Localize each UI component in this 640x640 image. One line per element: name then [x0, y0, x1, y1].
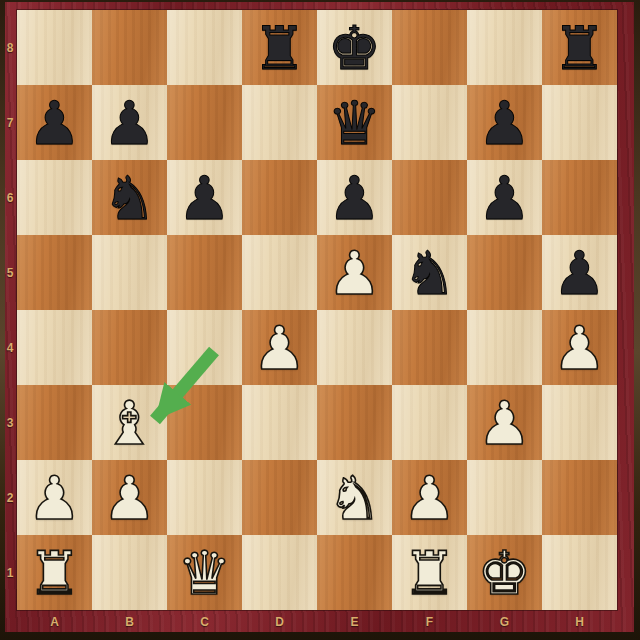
rank-label-6: 6 [2, 160, 18, 235]
square-c5[interactable] [167, 235, 242, 310]
square-c3[interactable] [167, 385, 242, 460]
file-label-h: H [542, 612, 617, 632]
square-h1[interactable] [542, 535, 617, 610]
piece-black-pawn-b7[interactable]: ♟ [92, 85, 167, 160]
square-c2[interactable] [167, 460, 242, 535]
square-d1[interactable] [242, 535, 317, 610]
file-label-c: C [167, 612, 242, 632]
square-d5[interactable] [242, 235, 317, 310]
square-g4[interactable] [467, 310, 542, 385]
file-label-d: D [242, 612, 317, 632]
piece-white-rook-f1[interactable]: ♜ [392, 535, 467, 610]
square-f7[interactable] [392, 85, 467, 160]
rank-label-4: 4 [2, 310, 18, 385]
square-b1[interactable] [92, 535, 167, 610]
square-c4[interactable] [167, 310, 242, 385]
rank-label-7: 7 [2, 85, 18, 160]
rank-label-8: 8 [2, 10, 18, 85]
piece-black-rook-d8[interactable]: ♜ [242, 10, 317, 85]
file-label-e: E [317, 612, 392, 632]
square-b8[interactable] [92, 10, 167, 85]
square-g5[interactable] [467, 235, 542, 310]
square-f6[interactable] [392, 160, 467, 235]
piece-white-knight-e2[interactable]: ♞ [317, 460, 392, 535]
square-h2[interactable] [542, 460, 617, 535]
piece-white-pawn-f2[interactable]: ♟ [392, 460, 467, 535]
file-label-b: B [92, 612, 167, 632]
piece-black-pawn-e6[interactable]: ♟ [317, 160, 392, 235]
square-a8[interactable] [17, 10, 92, 85]
piece-white-pawn-e5[interactable]: ♟ [317, 235, 392, 310]
piece-white-pawn-d4[interactable]: ♟ [242, 310, 317, 385]
square-d2[interactable] [242, 460, 317, 535]
square-c7[interactable] [167, 85, 242, 160]
piece-white-pawn-h4[interactable]: ♟ [542, 310, 617, 385]
square-d3[interactable] [242, 385, 317, 460]
file-label-f: F [392, 612, 467, 632]
rank-label-3: 3 [2, 385, 18, 460]
square-e3[interactable] [317, 385, 392, 460]
square-b4[interactable] [92, 310, 167, 385]
square-a4[interactable] [17, 310, 92, 385]
piece-black-pawn-c6[interactable]: ♟ [167, 160, 242, 235]
square-h6[interactable] [542, 160, 617, 235]
chessboard-diagram: 87654321 ABCDEFGH ♜♚♜♟♟♛♟♞♟♟♟♟♞♟♟♟♝♟♟♟♞♟… [0, 0, 640, 640]
piece-black-knight-b6[interactable]: ♞ [92, 160, 167, 235]
piece-white-king-g1[interactable]: ♚ [467, 535, 542, 610]
piece-black-pawn-g7[interactable]: ♟ [467, 85, 542, 160]
square-h7[interactable] [542, 85, 617, 160]
square-f4[interactable] [392, 310, 467, 385]
piece-black-queen-e7[interactable]: ♛ [317, 85, 392, 160]
piece-white-queen-c1[interactable]: ♛ [167, 535, 242, 610]
square-b5[interactable] [92, 235, 167, 310]
piece-black-pawn-g6[interactable]: ♟ [467, 160, 542, 235]
square-d7[interactable] [242, 85, 317, 160]
square-a5[interactable] [17, 235, 92, 310]
file-label-a: A [17, 612, 92, 632]
square-g8[interactable] [467, 10, 542, 85]
square-g2[interactable] [467, 460, 542, 535]
piece-white-rook-a1[interactable]: ♜ [17, 535, 92, 610]
square-a3[interactable] [17, 385, 92, 460]
piece-black-king-e8[interactable]: ♚ [317, 10, 392, 85]
rank-label-1: 1 [2, 535, 18, 610]
piece-black-pawn-a7[interactable]: ♟ [17, 85, 92, 160]
piece-black-knight-f5[interactable]: ♞ [392, 235, 467, 310]
piece-black-rook-h8[interactable]: ♜ [542, 10, 617, 85]
piece-black-pawn-h5[interactable]: ♟ [542, 235, 617, 310]
piece-white-pawn-a2[interactable]: ♟ [17, 460, 92, 535]
square-c8[interactable] [167, 10, 242, 85]
file-label-g: G [467, 612, 542, 632]
rank-label-5: 5 [2, 235, 18, 310]
rank-label-2: 2 [2, 460, 18, 535]
piece-white-pawn-b2[interactable]: ♟ [92, 460, 167, 535]
square-f3[interactable] [392, 385, 467, 460]
square-a6[interactable] [17, 160, 92, 235]
piece-white-pawn-g3[interactable]: ♟ [467, 385, 542, 460]
square-h3[interactable] [542, 385, 617, 460]
square-f8[interactable] [392, 10, 467, 85]
piece-white-bishop-b3[interactable]: ♝ [92, 385, 167, 460]
square-e1[interactable] [317, 535, 392, 610]
square-e4[interactable] [317, 310, 392, 385]
square-d6[interactable] [242, 160, 317, 235]
